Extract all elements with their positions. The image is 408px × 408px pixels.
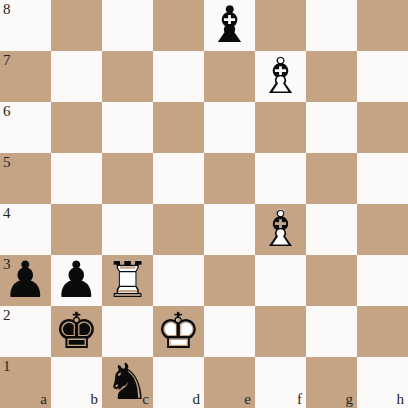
piece-outline-glyph: ♗ bbox=[255, 51, 306, 102]
square-b5[interactable] bbox=[51, 153, 102, 204]
rank-label-7: 7 bbox=[3, 52, 11, 69]
square-e5[interactable] bbox=[204, 153, 255, 204]
square-h3[interactable] bbox=[357, 255, 408, 306]
square-a2[interactable]: 2 bbox=[0, 306, 51, 357]
square-b2[interactable]: ♚ bbox=[51, 306, 102, 357]
square-f6[interactable] bbox=[255, 102, 306, 153]
square-d6[interactable] bbox=[153, 102, 204, 153]
square-d5[interactable] bbox=[153, 153, 204, 204]
square-a4[interactable]: 4 bbox=[0, 204, 51, 255]
square-b7[interactable] bbox=[51, 51, 102, 102]
file-label-f: f bbox=[297, 391, 302, 408]
square-f5[interactable] bbox=[255, 153, 306, 204]
file-label-a: a bbox=[40, 391, 47, 408]
square-g1[interactable]: g bbox=[306, 357, 357, 408]
square-a8[interactable]: 8 bbox=[0, 0, 51, 51]
square-d4[interactable] bbox=[153, 204, 204, 255]
square-b1[interactable]: b bbox=[51, 357, 102, 408]
square-h4[interactable] bbox=[357, 204, 408, 255]
square-e3[interactable] bbox=[204, 255, 255, 306]
square-h7[interactable] bbox=[357, 51, 408, 102]
square-h2[interactable] bbox=[357, 306, 408, 357]
square-h8[interactable] bbox=[357, 0, 408, 51]
piece-outline-glyph: ♗ bbox=[255, 204, 306, 255]
white-bishop[interactable]: ♝♗ bbox=[255, 51, 306, 102]
square-a7[interactable]: 7 bbox=[0, 51, 51, 102]
black-pawn[interactable]: ♟ bbox=[51, 255, 102, 306]
square-f2[interactable] bbox=[255, 306, 306, 357]
square-a3[interactable]: 3♟ bbox=[0, 255, 51, 306]
square-d3[interactable] bbox=[153, 255, 204, 306]
black-pawn[interactable]: ♟ bbox=[0, 255, 51, 306]
rank-label-4: 4 bbox=[3, 205, 11, 222]
square-c2[interactable] bbox=[102, 306, 153, 357]
square-b8[interactable] bbox=[51, 0, 102, 51]
square-a5[interactable]: 5 bbox=[0, 153, 51, 204]
square-b6[interactable] bbox=[51, 102, 102, 153]
square-g3[interactable] bbox=[306, 255, 357, 306]
file-label-g: g bbox=[346, 391, 354, 408]
square-f8[interactable] bbox=[255, 0, 306, 51]
square-e7[interactable] bbox=[204, 51, 255, 102]
square-e4[interactable] bbox=[204, 204, 255, 255]
file-label-d: d bbox=[193, 391, 201, 408]
square-h1[interactable]: h bbox=[357, 357, 408, 408]
square-c7[interactable] bbox=[102, 51, 153, 102]
square-d1[interactable]: d bbox=[153, 357, 204, 408]
square-f4[interactable]: ♝♗ bbox=[255, 204, 306, 255]
square-c1[interactable]: c♞ bbox=[102, 357, 153, 408]
black-bishop[interactable]: ♝ bbox=[204, 0, 255, 51]
square-b4[interactable] bbox=[51, 204, 102, 255]
square-d2[interactable]: ♚♔ bbox=[153, 306, 204, 357]
square-c5[interactable] bbox=[102, 153, 153, 204]
white-king[interactable]: ♚♔ bbox=[153, 306, 204, 357]
piece-outline-glyph: ♔ bbox=[153, 306, 204, 357]
square-c4[interactable] bbox=[102, 204, 153, 255]
square-h5[interactable] bbox=[357, 153, 408, 204]
rank-label-8: 8 bbox=[3, 1, 11, 18]
black-knight[interactable]: ♞ bbox=[102, 357, 153, 408]
square-f3[interactable] bbox=[255, 255, 306, 306]
rank-label-6: 6 bbox=[3, 103, 11, 120]
square-c8[interactable] bbox=[102, 0, 153, 51]
white-bishop[interactable]: ♝♗ bbox=[255, 204, 306, 255]
square-e1[interactable]: e bbox=[204, 357, 255, 408]
rank-label-1: 1 bbox=[3, 358, 11, 375]
square-a1[interactable]: 1a bbox=[0, 357, 51, 408]
file-label-h: h bbox=[397, 391, 405, 408]
square-f1[interactable]: f bbox=[255, 357, 306, 408]
white-rook[interactable]: ♜♖ bbox=[102, 255, 153, 306]
chess-board: 8♝7♝♗654♝♗3♟♟♜♖2♚♚♔1abc♞defgh bbox=[0, 0, 408, 408]
square-d7[interactable] bbox=[153, 51, 204, 102]
square-b3[interactable]: ♟ bbox=[51, 255, 102, 306]
square-g4[interactable] bbox=[306, 204, 357, 255]
square-g7[interactable] bbox=[306, 51, 357, 102]
square-c3[interactable]: ♜♖ bbox=[102, 255, 153, 306]
rank-label-2: 2 bbox=[3, 307, 11, 324]
square-g6[interactable] bbox=[306, 102, 357, 153]
square-g2[interactable] bbox=[306, 306, 357, 357]
file-label-b: b bbox=[91, 391, 99, 408]
file-label-e: e bbox=[244, 391, 251, 408]
square-a6[interactable]: 6 bbox=[0, 102, 51, 153]
piece-outline-glyph: ♖ bbox=[102, 255, 153, 306]
square-f7[interactable]: ♝♗ bbox=[255, 51, 306, 102]
square-d8[interactable] bbox=[153, 0, 204, 51]
black-king[interactable]: ♚ bbox=[51, 306, 102, 357]
rank-label-5: 5 bbox=[3, 154, 11, 171]
square-g8[interactable] bbox=[306, 0, 357, 51]
square-g5[interactable] bbox=[306, 153, 357, 204]
square-h6[interactable] bbox=[357, 102, 408, 153]
square-e8[interactable]: ♝ bbox=[204, 0, 255, 51]
square-e6[interactable] bbox=[204, 102, 255, 153]
square-c6[interactable] bbox=[102, 102, 153, 153]
square-e2[interactable] bbox=[204, 306, 255, 357]
